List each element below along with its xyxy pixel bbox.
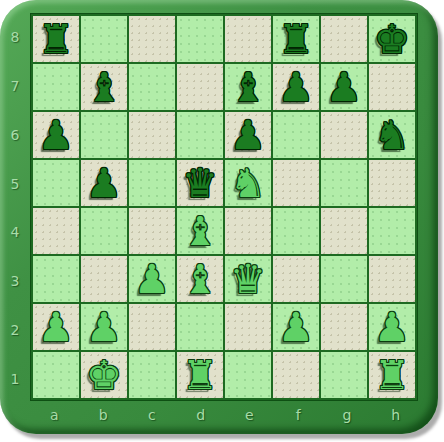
square-b7[interactable]: ♝ — [81, 64, 127, 110]
square-g3[interactable] — [321, 256, 367, 302]
square-f6[interactable] — [273, 112, 319, 158]
rank-label-1: 1 — [0, 354, 30, 403]
square-a2[interactable]: ♟ — [33, 304, 79, 350]
white-bishop-icon[interactable]: ♝ — [182, 209, 218, 253]
rank-label-7: 7 — [0, 62, 30, 111]
square-d4[interactable]: ♝ — [177, 208, 223, 254]
square-g8[interactable] — [321, 16, 367, 62]
square-c6[interactable] — [129, 112, 175, 158]
rank-label-8: 8 — [0, 13, 30, 62]
black-bishop-icon[interactable]: ♝ — [230, 65, 266, 109]
square-a6[interactable]: ♟ — [33, 112, 79, 158]
square-f8[interactable]: ♜ — [273, 16, 319, 62]
white-rook-icon[interactable]: ♜ — [182, 353, 218, 397]
square-g4[interactable] — [321, 208, 367, 254]
square-b2[interactable]: ♟ — [81, 304, 127, 350]
square-h5[interactable] — [369, 160, 415, 206]
rank-label-2: 2 — [0, 306, 30, 355]
square-f5[interactable] — [273, 160, 319, 206]
white-pawn-icon[interactable]: ♟ — [278, 305, 314, 349]
square-h3[interactable] — [369, 256, 415, 302]
square-e3[interactable]: ♛ — [225, 256, 271, 302]
square-b1[interactable]: ♚ — [81, 352, 127, 398]
square-d7[interactable] — [177, 64, 223, 110]
square-a1[interactable] — [33, 352, 79, 398]
black-pawn-icon[interactable]: ♟ — [38, 113, 74, 157]
square-c5[interactable] — [129, 160, 175, 206]
file-label-h: h — [371, 403, 420, 427]
square-b5[interactable]: ♟ — [81, 160, 127, 206]
square-d6[interactable] — [177, 112, 223, 158]
file-label-d: d — [176, 403, 225, 427]
white-rook-icon[interactable]: ♜ — [374, 353, 410, 397]
black-rook-icon[interactable]: ♜ — [38, 17, 74, 61]
square-c3[interactable]: ♟ — [129, 256, 175, 302]
file-label-g: g — [323, 403, 372, 427]
square-e4[interactable] — [225, 208, 271, 254]
square-a7[interactable] — [33, 64, 79, 110]
square-f2[interactable]: ♟ — [273, 304, 319, 350]
board-frame: 87654321 abcdefgh ♜♜♚♝♝♟♟♟♟♞♟♛♞♝♟♝♛♟♟♟♟♚… — [0, 0, 438, 434]
square-h6[interactable]: ♞ — [369, 112, 415, 158]
square-c8[interactable] — [129, 16, 175, 62]
rank-label-5: 5 — [0, 159, 30, 208]
square-a5[interactable] — [33, 160, 79, 206]
chess-board: ♜♜♚♝♝♟♟♟♟♞♟♛♞♝♟♝♛♟♟♟♟♚♜♜ — [30, 13, 418, 401]
white-pawn-icon[interactable]: ♟ — [134, 257, 170, 301]
square-f3[interactable] — [273, 256, 319, 302]
white-bishop-icon[interactable]: ♝ — [182, 257, 218, 301]
square-h2[interactable]: ♟ — [369, 304, 415, 350]
square-e1[interactable] — [225, 352, 271, 398]
black-pawn-icon[interactable]: ♟ — [326, 65, 362, 109]
square-h8[interactable]: ♚ — [369, 16, 415, 62]
square-b8[interactable] — [81, 16, 127, 62]
black-pawn-icon[interactable]: ♟ — [86, 161, 122, 205]
square-d8[interactable] — [177, 16, 223, 62]
square-a3[interactable] — [33, 256, 79, 302]
rank-label-3: 3 — [0, 257, 30, 306]
rank-label-6: 6 — [0, 111, 30, 160]
square-b3[interactable] — [81, 256, 127, 302]
white-pawn-icon[interactable]: ♟ — [374, 305, 410, 349]
square-e7[interactable]: ♝ — [225, 64, 271, 110]
square-f1[interactable] — [273, 352, 319, 398]
file-label-a: a — [30, 403, 79, 427]
white-pawn-icon[interactable]: ♟ — [38, 305, 74, 349]
square-d2[interactable] — [177, 304, 223, 350]
square-e8[interactable] — [225, 16, 271, 62]
square-g7[interactable]: ♟ — [321, 64, 367, 110]
black-bishop-icon[interactable]: ♝ — [86, 65, 122, 109]
black-pawn-icon[interactable]: ♟ — [230, 113, 266, 157]
square-g1[interactable] — [321, 352, 367, 398]
square-b6[interactable] — [81, 112, 127, 158]
square-c2[interactable] — [129, 304, 175, 350]
black-king-icon[interactable]: ♚ — [374, 17, 410, 61]
file-label-b: b — [79, 403, 128, 427]
file-label-f: f — [274, 403, 323, 427]
square-h4[interactable] — [369, 208, 415, 254]
square-c1[interactable] — [129, 352, 175, 398]
white-king-icon[interactable]: ♚ — [86, 353, 122, 397]
square-b4[interactable] — [81, 208, 127, 254]
rank-labels: 87654321 — [0, 13, 30, 403]
square-c4[interactable] — [129, 208, 175, 254]
black-rook-icon[interactable]: ♜ — [278, 17, 314, 61]
white-knight-icon[interactable]: ♞ — [230, 161, 266, 205]
square-a8[interactable]: ♜ — [33, 16, 79, 62]
rank-label-4: 4 — [0, 208, 30, 257]
file-labels: abcdefgh — [30, 403, 420, 427]
square-g2[interactable] — [321, 304, 367, 350]
white-pawn-icon[interactable]: ♟ — [86, 305, 122, 349]
square-h7[interactable] — [369, 64, 415, 110]
black-pawn-icon[interactable]: ♟ — [278, 65, 314, 109]
square-a4[interactable] — [33, 208, 79, 254]
square-e2[interactable] — [225, 304, 271, 350]
square-c7[interactable] — [129, 64, 175, 110]
file-label-c: c — [128, 403, 177, 427]
square-e5[interactable]: ♞ — [225, 160, 271, 206]
square-g6[interactable] — [321, 112, 367, 158]
square-e6[interactable]: ♟ — [225, 112, 271, 158]
black-queen-icon[interactable]: ♛ — [182, 161, 218, 205]
square-g5[interactable] — [321, 160, 367, 206]
black-knight-icon[interactable]: ♞ — [374, 113, 410, 157]
white-queen-icon[interactable]: ♛ — [230, 257, 266, 301]
square-d3[interactable]: ♝ — [177, 256, 223, 302]
file-label-e: e — [225, 403, 274, 427]
square-f7[interactable]: ♟ — [273, 64, 319, 110]
square-d5[interactable]: ♛ — [177, 160, 223, 206]
square-f4[interactable] — [273, 208, 319, 254]
square-h1[interactable]: ♜ — [369, 352, 415, 398]
square-d1[interactable]: ♜ — [177, 352, 223, 398]
